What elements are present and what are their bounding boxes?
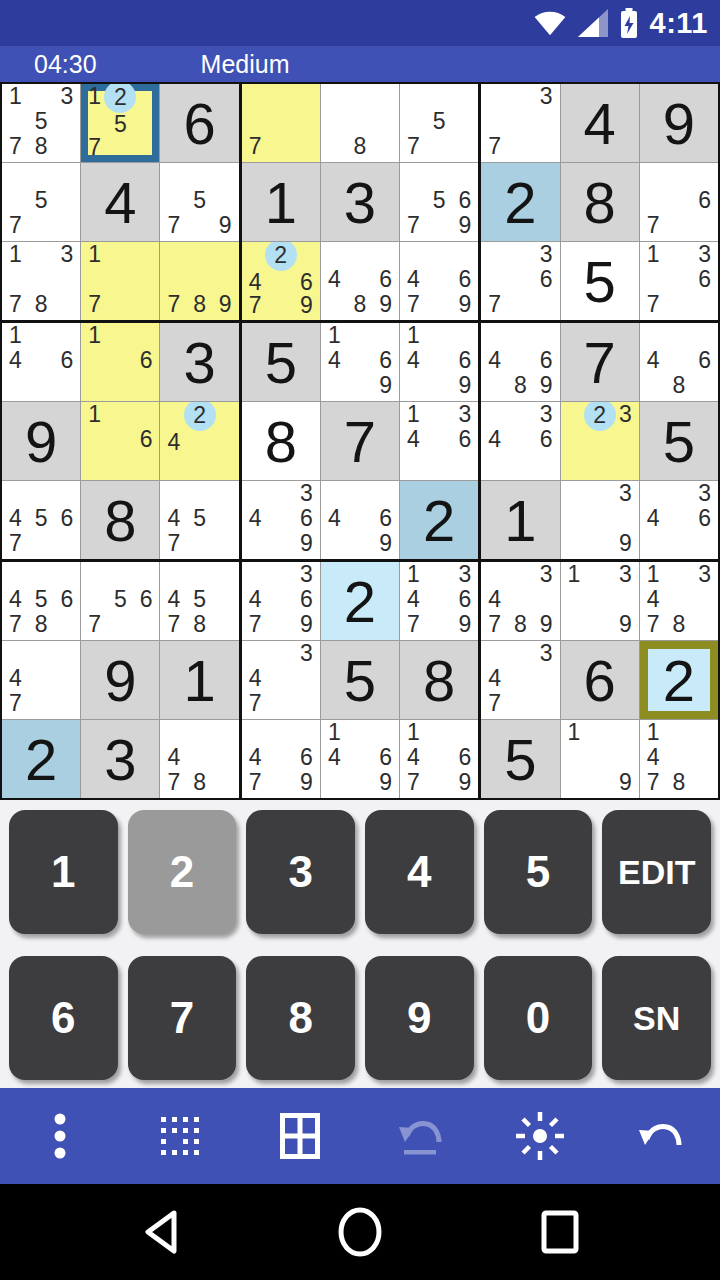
pencil-marks: 567 xyxy=(88,563,152,636)
key-7[interactable]: 7 xyxy=(128,956,237,1080)
cell-r3c3[interactable]: 789 xyxy=(160,242,238,320)
cell-r6c5[interactable]: 469 xyxy=(321,481,399,559)
pencil-mark: 5 xyxy=(193,588,206,611)
cell-r5c9[interactable]: 5 xyxy=(640,402,718,480)
recents-icon xyxy=(541,1210,579,1254)
given-value: 1 xyxy=(242,163,320,241)
pencil-mark: 4 xyxy=(647,349,660,372)
key-5[interactable]: 5 xyxy=(484,810,593,934)
pencil-mark: 7 xyxy=(249,692,262,715)
cell-r6c3[interactable]: 457 xyxy=(160,481,238,559)
pencil-mark: 9 xyxy=(300,771,313,794)
key-1[interactable]: 1 xyxy=(9,810,118,934)
pencil-marks: 4689 xyxy=(328,243,392,316)
key-0[interactable]: 0 xyxy=(484,956,593,1080)
pencil-mark: 1 xyxy=(647,243,660,266)
pencil-mark: 7 xyxy=(167,613,180,636)
pencil-mark: 4 xyxy=(9,507,22,530)
pencil-mark: 4 xyxy=(328,746,341,769)
redo-icon xyxy=(397,1115,443,1157)
pencil-mark: 7 xyxy=(488,135,501,158)
pencil-marks: 7 xyxy=(249,85,313,158)
pencil-mark: 4 xyxy=(9,349,22,372)
pencil-mark: 4 xyxy=(488,667,501,690)
pencil-mark: 3 xyxy=(540,403,553,426)
layout-grid-icon xyxy=(280,1113,320,1159)
box-9: 3478913913478347625191478 xyxy=(481,562,718,798)
pencil-marks: 468 xyxy=(647,324,711,397)
pencil-mark: 3 xyxy=(619,482,632,505)
cell-r9c2[interactable]: 3 xyxy=(81,720,159,798)
cell-r7c9[interactable]: 13478 xyxy=(640,562,718,640)
box-1: 1357812576574579137817789 xyxy=(2,84,239,320)
pencil-mark: 4 xyxy=(407,349,420,372)
cell-r3c7[interactable]: 367 xyxy=(481,242,559,320)
status-clock: 4:11 xyxy=(650,7,708,40)
cell-r8c3[interactable]: 1 xyxy=(160,641,238,719)
key-edit[interactable]: EDIT xyxy=(602,810,711,934)
pencil-mark: 7 xyxy=(407,613,420,636)
pencil-mark: 8 xyxy=(672,374,685,397)
pencil-mark: 7 xyxy=(9,692,22,715)
pencil-mark: 8 xyxy=(514,374,527,397)
cell-r2c1[interactable]: 57 xyxy=(2,163,80,241)
cell-r6c7[interactable]: 1 xyxy=(481,481,559,559)
given-value: 5 xyxy=(321,641,399,719)
pencil-marks: 139 xyxy=(568,563,632,636)
pencil-marks: 134679 xyxy=(407,563,471,636)
pencil-mark: 8 xyxy=(672,771,685,794)
pencil-mark: 6 xyxy=(698,349,711,372)
pencil-marks: 4567 xyxy=(9,482,73,555)
pencil-mark: 7 xyxy=(167,214,180,237)
menu-button[interactable] xyxy=(0,1088,120,1184)
android-nav-bar xyxy=(0,1184,720,1280)
pencil-mark: 4 xyxy=(249,507,262,530)
hint-icon xyxy=(516,1112,564,1160)
cell-r5c1[interactable]: 9 xyxy=(2,402,80,480)
cell-r9c5[interactable]: 1469 xyxy=(321,720,399,798)
pencil-mark: 1 xyxy=(328,721,341,744)
pencil-mark: 7 xyxy=(249,613,262,636)
pencil-marks-icon xyxy=(160,1116,200,1156)
given-value: 9 xyxy=(2,402,80,480)
key-9[interactable]: 9 xyxy=(365,956,474,1080)
pencil-mark: 6 xyxy=(140,588,153,611)
pencil-mark: 1 xyxy=(328,324,341,347)
pencil-mark: 1 xyxy=(647,563,660,586)
cell-r1c9[interactable]: 9 xyxy=(640,84,718,162)
cell-r5c7[interactable]: 346 xyxy=(481,402,559,480)
pencil-marks: 34679 xyxy=(249,563,313,636)
cell-r4c6[interactable]: 1469 xyxy=(400,323,478,401)
cell-r8c1[interactable]: 47 xyxy=(2,641,80,719)
pencil-mark: 4 xyxy=(407,428,420,451)
given-value: 3 xyxy=(321,163,399,241)
pencil-mark: 6 xyxy=(698,507,711,530)
cell-r9c8[interactable]: 19 xyxy=(561,720,639,798)
pencil-mark: 5 xyxy=(35,588,48,611)
pencil-mark: 8 xyxy=(354,293,367,316)
sudoku-app-screen: 4:11 04:30 Medium 1357812576574579137817… xyxy=(0,0,720,1280)
pencil-mark: 9 xyxy=(300,294,313,317)
pencil-mark: 3 xyxy=(60,243,73,266)
pencil-mark: 6 xyxy=(540,268,553,291)
key-sn[interactable]: SN xyxy=(602,956,711,1080)
given-value: 5 xyxy=(481,720,559,798)
pencil-mark: 3 xyxy=(300,642,313,665)
pencil-mark: 3 xyxy=(459,563,472,586)
pencil-marks-button[interactable] xyxy=(120,1088,240,1184)
cell-r2c4[interactable]: 1 xyxy=(242,163,320,241)
cell-r1c4[interactable]: 7 xyxy=(242,84,320,162)
cell-r9c3[interactable]: 478 xyxy=(160,720,238,798)
pencil-mark: 5 xyxy=(193,507,206,530)
given-value: 1 xyxy=(481,481,559,559)
hint-button[interactable] xyxy=(480,1088,600,1184)
pencil-mark: 6 xyxy=(698,189,711,212)
pencil-mark: 4 xyxy=(328,268,341,291)
box-8: 346792134679347584679146914679 xyxy=(242,562,479,798)
pencil-mark: 7 xyxy=(488,613,501,636)
pencil-marks: 347 xyxy=(249,642,313,715)
box-3: 3749286736751367 xyxy=(481,84,718,320)
pencil-mark: 4 xyxy=(167,507,180,530)
cell-r6c9[interactable]: 346 xyxy=(640,481,718,559)
cell-r5c6[interactable]: 1346 xyxy=(400,402,478,480)
pencil-mark: 6 xyxy=(698,268,711,291)
cell-r9c9[interactable]: 1478 xyxy=(640,720,718,798)
pencil-mark: 6 xyxy=(140,349,153,372)
pencil-mark: 6 xyxy=(379,349,392,372)
home-button[interactable] xyxy=(320,1207,400,1257)
pencil-mark: 4 xyxy=(167,746,180,769)
pencil-marks: 8 xyxy=(328,85,392,158)
cell-r9c7[interactable]: 5 xyxy=(481,720,559,798)
pencil-mark: 9 xyxy=(459,613,472,636)
pencil-marks: 457 xyxy=(167,482,231,555)
pencil-mark: 7 xyxy=(647,771,660,794)
cell-r5c3[interactable]: 24 xyxy=(160,402,238,480)
cell-r4c1[interactable]: 146 xyxy=(2,323,80,401)
pencil-mark: 5 xyxy=(114,113,127,136)
cell-r2c3[interactable]: 579 xyxy=(160,163,238,241)
pencil-mark: 3 xyxy=(619,403,632,426)
pencil-marks: 67 xyxy=(647,164,711,237)
box-4: 1461639162445678457 xyxy=(2,323,239,559)
home-icon xyxy=(338,1207,382,1257)
pencil-marks: 1469 xyxy=(328,324,392,397)
key-2[interactable]: 2 xyxy=(128,810,237,934)
pencil-mark-highlighted: 2 xyxy=(104,84,136,113)
cell-r2c7[interactable]: 2 xyxy=(481,163,559,241)
status-bar: 4:11 xyxy=(0,0,720,46)
cell-r9c6[interactable]: 14679 xyxy=(400,720,478,798)
pencil-mark: 4 xyxy=(647,507,660,530)
pencil-mark: 1 xyxy=(568,563,581,586)
pencil-mark: 9 xyxy=(379,771,392,794)
cell-r6c8[interactable]: 39 xyxy=(561,481,639,559)
cell-r1c7[interactable]: 37 xyxy=(481,84,559,162)
pencil-mark: 7 xyxy=(249,294,262,317)
cell-r3c9[interactable]: 1367 xyxy=(640,242,718,320)
pencil-mark: 8 xyxy=(35,135,48,158)
cell-r8c8[interactable]: 6 xyxy=(561,641,639,719)
cell-r3c1[interactable]: 1378 xyxy=(2,242,80,320)
pencil-mark: 4 xyxy=(249,746,262,769)
cell-r6c2[interactable]: 8 xyxy=(81,481,159,559)
pencil-mark: 6 xyxy=(300,507,313,530)
cell-r5c8[interactable]: 23 xyxy=(561,402,639,480)
pencil-mark: 7 xyxy=(249,771,262,794)
pencil-mark: 1 xyxy=(88,403,101,426)
cell-r9c4[interactable]: 4679 xyxy=(242,720,320,798)
key-6[interactable]: 6 xyxy=(9,956,118,1080)
pencil-mark-highlighted: 2 xyxy=(584,402,616,431)
cell-r7c8[interactable]: 139 xyxy=(561,562,639,640)
key-3[interactable]: 3 xyxy=(246,810,355,934)
pencil-marks: 57 xyxy=(9,164,73,237)
cell-r2c8[interactable]: 8 xyxy=(561,163,639,241)
cell-r8c5[interactable]: 5 xyxy=(321,641,399,719)
pencil-mark: 1 xyxy=(9,85,22,108)
entered-value: 5 xyxy=(561,242,639,320)
cell-r7c6[interactable]: 134679 xyxy=(400,562,478,640)
difficulty-label: Medium xyxy=(201,50,290,79)
pencil-mark: 1 xyxy=(407,324,420,347)
cell-r7c3[interactable]: 4578 xyxy=(160,562,238,640)
pencil-mark: 4 xyxy=(249,271,262,294)
cell-r3c4[interactable]: 24679 xyxy=(242,242,320,320)
cell-r1c2[interactable]: 1257 xyxy=(81,84,159,162)
cell-r8c7[interactable]: 347 xyxy=(481,641,559,719)
undo-icon xyxy=(637,1116,683,1156)
box-6: 46897468346235139346 xyxy=(481,323,718,559)
pencil-mark: 7 xyxy=(249,135,262,158)
cell-r9c1[interactable]: 2 xyxy=(2,720,80,798)
given-value: 8 xyxy=(81,481,159,559)
pencil-mark: 7 xyxy=(407,771,420,794)
pencil-mark: 3 xyxy=(540,243,553,266)
cell-r2c6[interactable]: 5679 xyxy=(400,163,478,241)
pencil-marks: 146 xyxy=(9,324,73,397)
pencil-mark: 3 xyxy=(459,403,472,426)
given-value: 8 xyxy=(561,163,639,241)
cell-r6c1[interactable]: 4567 xyxy=(2,481,80,559)
cell-r1c1[interactable]: 13578 xyxy=(2,84,80,162)
pencil-marks: 1378 xyxy=(9,243,73,316)
pencil-mark: 7 xyxy=(647,613,660,636)
pencil-mark: 7 xyxy=(488,692,501,715)
cell-r5c5[interactable]: 7 xyxy=(321,402,399,480)
pencil-mark: 3 xyxy=(300,563,313,586)
pencil-mark: 5 xyxy=(114,588,127,611)
cell-r7c2[interactable]: 567 xyxy=(81,562,159,640)
pencil-marks: 4689 xyxy=(488,324,552,397)
pencil-mark: 4 xyxy=(488,428,501,451)
pencil-mark: 7 xyxy=(9,613,22,636)
cell-r6c4[interactable]: 3469 xyxy=(242,481,320,559)
cell-r5c4[interactable]: 8 xyxy=(242,402,320,480)
pencil-mark: 9 xyxy=(540,613,553,636)
pencil-marks: 16 xyxy=(88,403,152,476)
pencil-mark: 7 xyxy=(407,293,420,316)
app-bar: 04:30 Medium xyxy=(0,46,720,82)
pencil-mark: 3 xyxy=(698,243,711,266)
pencil-mark: 6 xyxy=(459,268,472,291)
pencil-mark: 9 xyxy=(619,613,632,636)
given-value: 2 xyxy=(400,481,478,559)
cell-r4c3[interactable]: 3 xyxy=(160,323,238,401)
cell-r4c5[interactable]: 1469 xyxy=(321,323,399,401)
pencil-mark: 4 xyxy=(647,746,660,769)
pencil-mark: 4 xyxy=(407,746,420,769)
pencil-mark: 4 xyxy=(407,268,420,291)
pencil-mark: 7 xyxy=(9,214,22,237)
pencil-mark: 8 xyxy=(35,293,48,316)
pencil-marks: 39 xyxy=(568,482,632,555)
pencil-mark: 5 xyxy=(433,189,446,212)
pencil-mark: 1 xyxy=(407,403,420,426)
cell-signal-icon xyxy=(578,9,608,37)
pencil-marks: 17 xyxy=(88,243,152,316)
pencil-marks: 16 xyxy=(88,324,152,397)
pencil-mark: 5 xyxy=(433,110,446,133)
pencil-mark: 6 xyxy=(379,746,392,769)
pencil-mark: 7 xyxy=(647,214,660,237)
pencil-mark: 8 xyxy=(193,293,206,316)
pencil-marks: 4578 xyxy=(167,563,231,636)
pencil-marks: 24679 xyxy=(249,243,313,316)
cell-r7c5[interactable]: 2 xyxy=(321,562,399,640)
pencil-marks: 45678 xyxy=(9,563,73,636)
cell-r4c7[interactable]: 4689 xyxy=(481,323,559,401)
pencil-mark: 7 xyxy=(167,293,180,316)
cell-r4c4[interactable]: 5 xyxy=(242,323,320,401)
cell-r8c9[interactable]: 2 xyxy=(640,641,718,719)
pencil-mark: 4 xyxy=(488,588,501,611)
cell-r4c2[interactable]: 16 xyxy=(81,323,159,401)
pencil-mark: 4 xyxy=(167,431,180,454)
pencil-mark: 1 xyxy=(88,324,101,347)
cell-r5c2[interactable]: 16 xyxy=(81,402,159,480)
pencil-mark: 9 xyxy=(379,532,392,555)
pencil-marks: 14679 xyxy=(407,721,471,794)
pencil-mark: 7 xyxy=(167,771,180,794)
cell-r8c2[interactable]: 9 xyxy=(81,641,159,719)
pencil-mark: 6 xyxy=(379,507,392,530)
cell-r6c6[interactable]: 2 xyxy=(400,481,478,559)
pencil-mark: 9 xyxy=(300,532,313,555)
given-value: 2 xyxy=(2,720,80,798)
pencil-mark: 1 xyxy=(647,721,660,744)
pencil-mark: 6 xyxy=(540,349,553,372)
pencil-mark: 3 xyxy=(540,563,553,586)
pencil-mark: 9 xyxy=(219,293,232,316)
pencil-marks: 346 xyxy=(488,403,552,476)
pencil-marks: 1478 xyxy=(647,721,711,794)
pencil-mark: 5 xyxy=(35,507,48,530)
pencil-mark: 7 xyxy=(407,135,420,158)
cell-r1c8[interactable]: 4 xyxy=(561,84,639,162)
cell-r3c8[interactable]: 5 xyxy=(561,242,639,320)
pencil-mark: 4 xyxy=(328,507,341,530)
cell-r3c5[interactable]: 4689 xyxy=(321,242,399,320)
pencil-marks: 47 xyxy=(9,642,73,715)
pencil-mark: 8 xyxy=(193,771,206,794)
cell-r2c5[interactable]: 3 xyxy=(321,163,399,241)
pencil-mark: 6 xyxy=(459,349,472,372)
redo-button[interactable] xyxy=(360,1088,480,1184)
number-keypad: 12345EDIT67890SN xyxy=(0,800,720,1088)
cell-r1c3[interactable]: 6 xyxy=(160,84,238,162)
pencil-marks: 789 xyxy=(167,243,231,316)
pencil-mark: 6 xyxy=(60,349,73,372)
given-value: 4 xyxy=(81,163,159,241)
pencil-mark: 6 xyxy=(300,271,313,294)
pencil-mark: 7 xyxy=(88,136,101,159)
pencil-mark: 3 xyxy=(300,482,313,505)
pencil-mark: 3 xyxy=(619,563,632,586)
cell-r8c4[interactable]: 347 xyxy=(242,641,320,719)
pencil-marks: 37 xyxy=(488,85,552,158)
given-value: 3 xyxy=(160,323,238,401)
key-8[interactable]: 8 xyxy=(246,956,355,1080)
pencil-mark: 5 xyxy=(35,110,48,133)
pencil-marks: 13578 xyxy=(9,85,73,158)
pencil-mark: 4 xyxy=(9,667,22,690)
cell-r4c8[interactable]: 7 xyxy=(561,323,639,401)
pencil-marks: 3469 xyxy=(249,482,313,555)
pencil-marks: 13478 xyxy=(647,563,711,636)
pencil-mark: 9 xyxy=(619,532,632,555)
given-value: 5 xyxy=(242,323,320,401)
cell-r1c6[interactable]: 57 xyxy=(400,84,478,162)
given-value: 6 xyxy=(561,641,639,719)
given-value: 1 xyxy=(160,641,238,719)
grid-view-button[interactable] xyxy=(240,1088,360,1184)
pencil-mark: 6 xyxy=(540,428,553,451)
cell-r4c9[interactable]: 468 xyxy=(640,323,718,401)
cell-r7c1[interactable]: 45678 xyxy=(2,562,80,640)
cell-r1c5[interactable]: 8 xyxy=(321,84,399,162)
cell-r3c2[interactable]: 17 xyxy=(81,242,159,320)
pencil-mark: 8 xyxy=(35,613,48,636)
pencil-mark: 6 xyxy=(60,588,73,611)
cell-r2c9[interactable]: 67 xyxy=(640,163,718,241)
back-button[interactable] xyxy=(120,1209,200,1255)
cell-r7c7[interactable]: 34789 xyxy=(481,562,559,640)
undo-button[interactable] xyxy=(600,1088,720,1184)
cell-r7c4[interactable]: 34679 xyxy=(242,562,320,640)
given-value: 8 xyxy=(400,641,478,719)
pencil-marks: 1346 xyxy=(407,403,471,476)
key-4[interactable]: 4 xyxy=(365,810,474,934)
pencil-mark: 1 xyxy=(9,243,22,266)
back-icon xyxy=(140,1209,180,1255)
entered-value: 2 xyxy=(321,562,399,640)
cell-r8c6[interactable]: 8 xyxy=(400,641,478,719)
pencil-mark-highlighted: 2 xyxy=(265,242,297,271)
pencil-marks: 1469 xyxy=(328,721,392,794)
overflow-menu-icon xyxy=(54,1112,66,1160)
pencil-mark: 6 xyxy=(379,268,392,291)
pencil-mark: 9 xyxy=(379,374,392,397)
recents-button[interactable] xyxy=(520,1210,600,1254)
given-value: 9 xyxy=(81,641,159,719)
cell-r2c2[interactable]: 4 xyxy=(81,163,159,241)
cell-r3c6[interactable]: 4679 xyxy=(400,242,478,320)
